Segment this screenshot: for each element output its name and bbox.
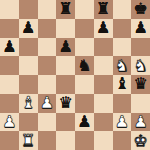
chess-board: ♜♜♚♟♟♟♟♟♞♞♞♝♛♝♟♛♟♟♟♟♜♚ xyxy=(0,0,150,150)
piece-white-king-h1[interactable]: ♚ xyxy=(133,132,147,148)
square-a1[interactable] xyxy=(0,131,19,150)
piece-white-pawn-c3[interactable]: ♟ xyxy=(40,95,54,111)
piece-black-pawn-a6[interactable]: ♟ xyxy=(2,38,16,54)
square-d5[interactable] xyxy=(56,56,75,75)
square-b1[interactable]: ♜ xyxy=(19,131,38,150)
square-f7[interactable]: ♟ xyxy=(94,19,113,38)
square-f1[interactable] xyxy=(94,131,113,150)
piece-black-pawn-f7[interactable]: ♟ xyxy=(96,20,110,36)
piece-white-knight-h5[interactable]: ♞ xyxy=(133,57,147,73)
piece-black-rook-f8[interactable]: ♜ xyxy=(96,1,110,17)
square-b7[interactable]: ♟ xyxy=(19,19,38,38)
square-g6[interactable] xyxy=(113,38,132,57)
piece-black-pawn-e2[interactable]: ♟ xyxy=(77,113,91,129)
square-c3[interactable]: ♟ xyxy=(38,94,57,113)
square-b5[interactable] xyxy=(19,56,38,75)
square-h4[interactable]: ♛ xyxy=(131,75,150,94)
piece-black-knight-e5[interactable]: ♞ xyxy=(77,57,91,73)
square-a3[interactable] xyxy=(0,94,19,113)
square-g5[interactable]: ♞ xyxy=(113,56,132,75)
square-f5[interactable] xyxy=(94,56,113,75)
piece-white-rook-b1[interactable]: ♜ xyxy=(21,132,35,148)
square-g7[interactable] xyxy=(113,19,132,38)
square-h8[interactable]: ♚ xyxy=(131,0,150,19)
square-c5[interactable] xyxy=(38,56,57,75)
square-e2[interactable]: ♟ xyxy=(75,113,94,132)
square-d4[interactable] xyxy=(56,75,75,94)
square-e8[interactable] xyxy=(75,0,94,19)
square-h5[interactable]: ♞ xyxy=(131,56,150,75)
square-d3[interactable]: ♛ xyxy=(56,94,75,113)
square-c6[interactable] xyxy=(38,38,57,57)
square-d6[interactable]: ♟ xyxy=(56,38,75,57)
piece-white-pawn-g2[interactable]: ♟ xyxy=(115,113,129,129)
piece-white-pawn-h2[interactable]: ♟ xyxy=(133,113,147,129)
square-c4[interactable] xyxy=(38,75,57,94)
square-f6[interactable] xyxy=(94,38,113,57)
square-h7[interactable]: ♟ xyxy=(131,19,150,38)
square-e4[interactable] xyxy=(75,75,94,94)
square-g2[interactable]: ♟ xyxy=(113,113,132,132)
square-h6[interactable] xyxy=(131,38,150,57)
square-h3[interactable] xyxy=(131,94,150,113)
square-f4[interactable] xyxy=(94,75,113,94)
square-e6[interactable] xyxy=(75,38,94,57)
square-c1[interactable] xyxy=(38,131,57,150)
piece-white-bishop-b3[interactable]: ♝ xyxy=(21,95,35,111)
square-d8[interactable]: ♜ xyxy=(56,0,75,19)
square-a6[interactable]: ♟ xyxy=(0,38,19,57)
piece-black-pawn-b7[interactable]: ♟ xyxy=(21,20,35,36)
piece-white-pawn-a2[interactable]: ♟ xyxy=(2,113,16,129)
square-g1[interactable] xyxy=(113,131,132,150)
square-c8[interactable] xyxy=(38,0,57,19)
square-d1[interactable] xyxy=(56,131,75,150)
square-b2[interactable] xyxy=(19,113,38,132)
square-b3[interactable]: ♝ xyxy=(19,94,38,113)
square-h2[interactable]: ♟ xyxy=(131,113,150,132)
square-c7[interactable] xyxy=(38,19,57,38)
square-g8[interactable] xyxy=(113,0,132,19)
square-b6[interactable] xyxy=(19,38,38,57)
square-c2[interactable] xyxy=(38,113,57,132)
square-f2[interactable] xyxy=(94,113,113,132)
piece-black-queen-d3[interactable]: ♛ xyxy=(58,95,72,111)
square-g3[interactable] xyxy=(113,94,132,113)
square-d2[interactable] xyxy=(56,113,75,132)
square-a4[interactable] xyxy=(0,75,19,94)
piece-black-pawn-d6[interactable]: ♟ xyxy=(58,38,72,54)
square-f3[interactable] xyxy=(94,94,113,113)
square-b4[interactable] xyxy=(19,75,38,94)
piece-black-queen-h4[interactable]: ♛ xyxy=(133,76,147,92)
piece-black-pawn-h7[interactable]: ♟ xyxy=(133,20,147,36)
square-h1[interactable]: ♚ xyxy=(131,131,150,150)
square-a2[interactable]: ♟ xyxy=(0,113,19,132)
square-a8[interactable] xyxy=(0,0,19,19)
square-e1[interactable] xyxy=(75,131,94,150)
square-b8[interactable] xyxy=(19,0,38,19)
square-e3[interactable] xyxy=(75,94,94,113)
square-d7[interactable] xyxy=(56,19,75,38)
square-f8[interactable]: ♜ xyxy=(94,0,113,19)
square-e5[interactable]: ♞ xyxy=(75,56,94,75)
square-a7[interactable] xyxy=(0,19,19,38)
square-g4[interactable]: ♝ xyxy=(113,75,132,94)
piece-black-rook-d8[interactable]: ♜ xyxy=(58,1,72,17)
square-e7[interactable] xyxy=(75,19,94,38)
piece-black-king-h8[interactable]: ♚ xyxy=(133,1,147,17)
piece-black-bishop-g4[interactable]: ♝ xyxy=(115,76,129,92)
square-a5[interactable] xyxy=(0,56,19,75)
piece-white-knight-g5[interactable]: ♞ xyxy=(115,57,129,73)
